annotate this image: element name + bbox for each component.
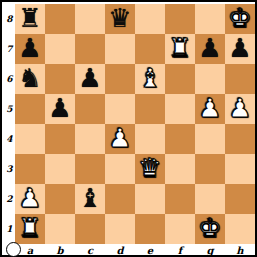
rank-label-2: 2 <box>4 184 15 214</box>
square-d2[interactable] <box>105 184 135 214</box>
square-e4[interactable] <box>135 124 165 154</box>
white-rook[interactable]: ♜ <box>165 34 195 64</box>
square-e5[interactable] <box>135 94 165 124</box>
square-g7[interactable]: ♟ <box>195 34 225 64</box>
square-e1[interactable] <box>135 214 165 244</box>
file-label-c: c <box>75 244 105 257</box>
diagram-frame: 87654321 ♜♛♚♟♜♟♟♞♟♝♟♟♟♟♛♟♝♜♚ abcdefgh <box>0 0 257 257</box>
square-b3[interactable] <box>45 154 75 184</box>
black-bishop[interactable]: ♝ <box>75 184 105 214</box>
black-pawn[interactable]: ♟ <box>15 34 45 64</box>
square-d7[interactable] <box>105 34 135 64</box>
rank-label-1: 1 <box>4 214 15 244</box>
square-f6[interactable] <box>165 64 195 94</box>
square-b7[interactable] <box>45 34 75 64</box>
square-b5[interactable]: ♟ <box>45 94 75 124</box>
square-c6[interactable]: ♟ <box>75 64 105 94</box>
rank-label-6: 6 <box>4 64 15 94</box>
square-f8[interactable] <box>165 4 195 34</box>
square-a8[interactable]: ♜ <box>15 4 45 34</box>
square-a2[interactable]: ♟ <box>15 184 45 214</box>
square-d3[interactable] <box>105 154 135 184</box>
black-pawn[interactable]: ♟ <box>225 34 255 64</box>
square-h6[interactable] <box>225 64 255 94</box>
white-king[interactable]: ♚ <box>195 214 225 244</box>
square-h7[interactable]: ♟ <box>225 34 255 64</box>
square-f2[interactable] <box>165 184 195 214</box>
square-c2[interactable]: ♝ <box>75 184 105 214</box>
file-label-g: g <box>195 244 225 257</box>
square-b2[interactable] <box>45 184 75 214</box>
square-c1[interactable] <box>75 214 105 244</box>
square-f5[interactable] <box>165 94 195 124</box>
square-e6[interactable]: ♝ <box>135 64 165 94</box>
square-g3[interactable] <box>195 154 225 184</box>
file-labels: abcdefgh <box>15 244 255 257</box>
square-g2[interactable] <box>195 184 225 214</box>
square-c8[interactable] <box>75 4 105 34</box>
square-d4[interactable]: ♟ <box>105 124 135 154</box>
rank-label-3: 3 <box>4 154 15 184</box>
white-queen[interactable]: ♛ <box>135 154 165 184</box>
square-d1[interactable] <box>105 214 135 244</box>
square-e3[interactable]: ♛ <box>135 154 165 184</box>
square-d5[interactable] <box>105 94 135 124</box>
square-g4[interactable] <box>195 124 225 154</box>
square-b1[interactable] <box>45 214 75 244</box>
black-pawn[interactable]: ♟ <box>45 94 75 124</box>
white-to-move-indicator <box>6 242 21 257</box>
white-pawn[interactable]: ♟ <box>15 184 45 214</box>
rank-label-8: 8 <box>4 4 15 34</box>
square-f1[interactable] <box>165 214 195 244</box>
square-g8[interactable] <box>195 4 225 34</box>
square-f4[interactable] <box>165 124 195 154</box>
file-label-b: b <box>45 244 75 257</box>
square-e2[interactable] <box>135 184 165 214</box>
square-a3[interactable] <box>15 154 45 184</box>
white-bishop[interactable]: ♝ <box>135 64 165 94</box>
rank-labels: 87654321 <box>4 4 15 244</box>
square-d6[interactable] <box>105 64 135 94</box>
square-a5[interactable] <box>15 94 45 124</box>
white-pawn[interactable]: ♟ <box>195 94 225 124</box>
square-a7[interactable]: ♟ <box>15 34 45 64</box>
file-label-f: f <box>165 244 195 257</box>
square-a4[interactable] <box>15 124 45 154</box>
square-h1[interactable] <box>225 214 255 244</box>
rank-label-7: 7 <box>4 34 15 64</box>
black-pawn[interactable]: ♟ <box>195 34 225 64</box>
square-e7[interactable] <box>135 34 165 64</box>
white-pawn[interactable]: ♟ <box>225 94 255 124</box>
square-h2[interactable] <box>225 184 255 214</box>
square-g6[interactable] <box>195 64 225 94</box>
file-label-e: e <box>135 244 165 257</box>
white-pawn[interactable]: ♟ <box>105 124 135 154</box>
square-f7[interactable]: ♜ <box>165 34 195 64</box>
square-c3[interactable] <box>75 154 105 184</box>
square-h3[interactable] <box>225 154 255 184</box>
black-knight[interactable]: ♞ <box>15 64 45 94</box>
white-rook[interactable]: ♜ <box>15 214 45 244</box>
square-c4[interactable] <box>75 124 105 154</box>
square-g1[interactable]: ♚ <box>195 214 225 244</box>
file-label-d: d <box>105 244 135 257</box>
square-h4[interactable] <box>225 124 255 154</box>
black-queen[interactable]: ♛ <box>105 4 135 34</box>
square-b6[interactable] <box>45 64 75 94</box>
square-b4[interactable] <box>45 124 75 154</box>
rank-label-4: 4 <box>4 124 15 154</box>
rank-label-5: 5 <box>4 94 15 124</box>
square-b8[interactable] <box>45 4 75 34</box>
square-e8[interactable] <box>135 4 165 34</box>
square-g5[interactable]: ♟ <box>195 94 225 124</box>
square-h8[interactable]: ♚ <box>225 4 255 34</box>
square-c5[interactable] <box>75 94 105 124</box>
black-pawn[interactable]: ♟ <box>75 64 105 94</box>
white-king[interactable]: ♚ <box>225 4 255 34</box>
square-f3[interactable] <box>165 154 195 184</box>
file-label-h: h <box>225 244 255 257</box>
black-rook[interactable]: ♜ <box>15 4 45 34</box>
square-a1[interactable]: ♜ <box>15 214 45 244</box>
square-a6[interactable]: ♞ <box>15 64 45 94</box>
square-h5[interactable]: ♟ <box>225 94 255 124</box>
square-c7[interactable] <box>75 34 105 64</box>
square-d8[interactable]: ♛ <box>105 4 135 34</box>
board: ♜♛♚♟♜♟♟♞♟♝♟♟♟♟♛♟♝♜♚ <box>15 4 255 244</box>
